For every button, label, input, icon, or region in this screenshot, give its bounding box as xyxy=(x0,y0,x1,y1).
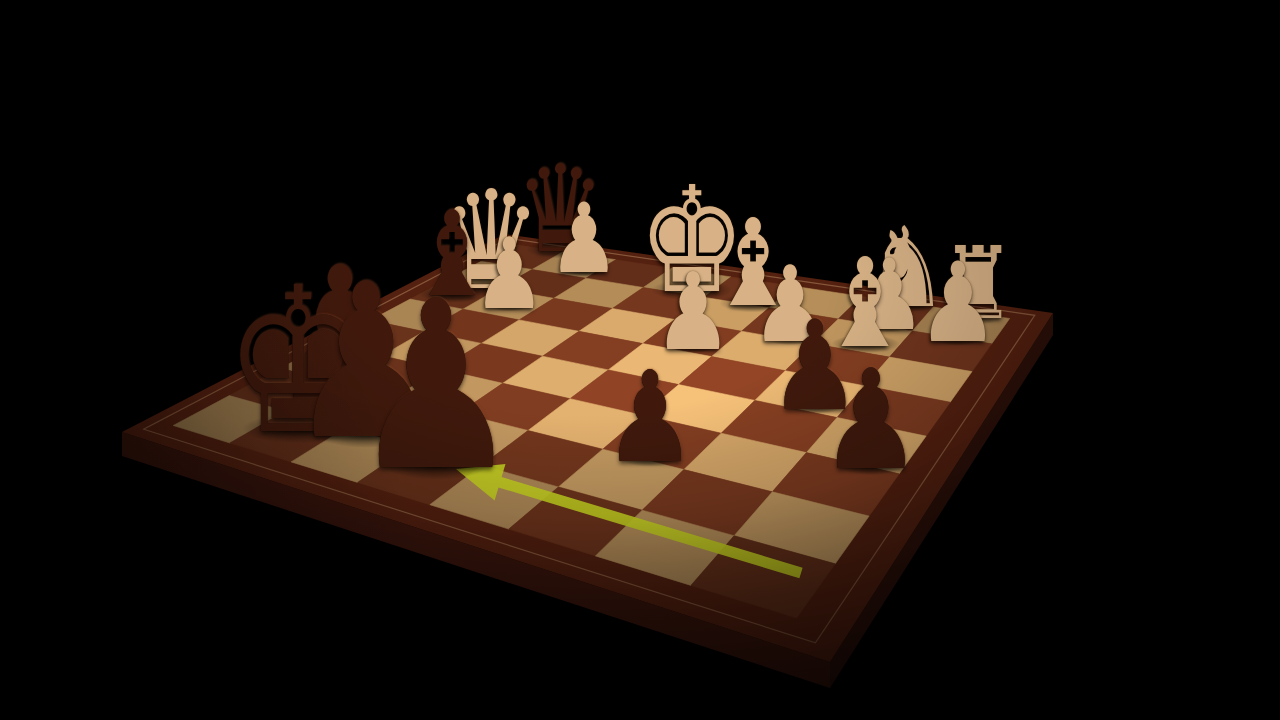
piece-black-pawn-d7[interactable]: ♟ xyxy=(350,271,521,504)
piece-black-pawn-f7[interactable]: ♟ xyxy=(604,355,697,481)
piece-white-pawn-h2[interactable]: ♟ xyxy=(917,248,998,358)
chess-scene: ♛♟♛♚♝♝♞♟♜♟♟♟♝♟♟♟♚♟♟♟♟ xyxy=(0,0,1280,720)
piece-black-pawn-h5[interactable]: ♟ xyxy=(820,352,921,490)
piece-white-pawn-c2[interactable]: ♟ xyxy=(549,191,620,288)
